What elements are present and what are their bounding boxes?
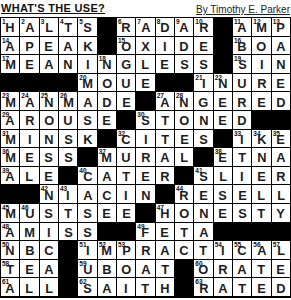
cell-letter: E [199,189,208,204]
cell-letter: O [44,114,54,129]
cell-letter: O [256,40,266,55]
cell-letter: N [64,58,73,73]
cell-letter: R [238,96,247,111]
cell-letter: M [5,96,16,111]
cell-r15c2: L [20,278,38,296]
cell-letter: T [64,207,72,222]
cell-r2c15: A [272,37,290,55]
cell-letter: E [277,133,286,148]
cell-r5c13: R [233,92,251,110]
cell-r1c1: 1H [1,18,19,36]
cell-r8c6: 37M [98,148,116,166]
cell-letter: S [219,189,228,204]
cell-r13c10: C [175,241,193,259]
cell-letter: S [83,226,92,241]
cell-r6c4: U [59,111,77,129]
cell-letter: N [199,114,208,129]
cell-r1c14: 12M [252,18,270,36]
cell-r6c2: R [20,111,38,129]
cell-r6c8: 30S [136,111,154,129]
cell-r4c12: 22N [214,74,232,92]
cell-letter: I [124,282,128,297]
cell-letter: E [25,263,34,278]
cell-r9c14: E [252,167,270,185]
cell-r5c10: 28N [175,92,193,110]
cell-r13c12: 54I [214,241,232,259]
cell-r14c14: T [252,260,270,278]
cell-r13c15: 57L [272,241,290,259]
cell-r4c14: R [252,74,270,92]
cell-letter: O [102,77,112,92]
black-cell-r12c14 [252,223,270,241]
cell-letter: A [83,96,92,111]
cell-r11c7: E [117,204,135,222]
cell-letter: K [257,133,266,148]
cell-r7c14: 34K [252,130,270,148]
cell-r3c1: 17M [1,55,19,73]
black-cell-r14c10 [175,260,193,278]
cell-letter: E [103,114,112,129]
clue-number: 4 [60,18,64,25]
black-cell-r12c15 [272,223,290,241]
cell-letter: H [160,282,169,297]
cell-letter: M [5,207,16,222]
black-cell-r15c4 [59,278,77,296]
black-cell-r5c8 [136,92,154,110]
cell-r15c1: 61A [1,278,19,296]
clue-number: 3 [41,18,45,25]
cell-letter: C [238,244,247,259]
cell-r10c12: S [214,185,232,203]
cell-letter: K [83,133,92,148]
cell-r1c9: 8D [156,18,174,36]
cell-letter: P [25,40,34,55]
cell-letter: E [141,77,150,92]
cell-letter: R [276,170,285,185]
black-cell-r1c6 [98,18,116,36]
cell-letter: M [101,151,112,166]
cell-r6c11: N [194,111,212,129]
cell-letter: E [257,170,266,185]
cell-letter: L [45,282,53,297]
cell-r11c14: T [252,204,270,222]
cell-letter: E [180,133,189,148]
cell-letter: K [83,40,92,55]
cell-r15c9: H [156,278,174,296]
cell-letter: L [219,170,227,185]
cell-letter: A [160,96,169,111]
cell-r7c3: N [40,130,58,148]
cell-r11c12: E [214,204,232,222]
cell-letter: E [219,114,228,129]
cell-r2c2: P [20,37,38,55]
cell-r3c9: E [156,55,174,73]
cell-letter: M [256,21,267,36]
cell-r3c8: L [136,55,154,73]
cell-r1c11: 10R [194,18,212,36]
cell-r9c11: 41S [194,167,212,185]
cell-r13c2: B [20,241,38,259]
cell-letter: S [83,114,92,129]
cell-letter: S [199,58,208,73]
cell-r1c8: 7A [136,18,154,36]
cell-r3c15: N [272,55,290,73]
black-cell-r15c10 [175,278,193,296]
cell-r2c9: I [156,37,174,55]
cell-letter: E [199,40,208,55]
crossword-grid: 1H2A3L4T5S6R7A8D9A10R11A12M13P14APEAK15O… [0,17,291,298]
cell-letter: I [66,189,70,204]
cell-r3c5: I [78,55,96,73]
cell-letter: T [122,170,130,185]
cell-letter: T [161,263,169,278]
cell-r3c11: S [194,55,212,73]
cell-letter: C [83,170,92,185]
cell-r5c5: A [78,92,96,110]
cell-r6c1: 29A [1,111,19,129]
cell-letter: A [102,170,111,185]
cell-letter: R [141,244,150,259]
cell-r14c9: T [156,260,174,278]
cell-letter: T [258,207,266,222]
cell-letter: C [102,189,111,204]
cell-r8c4: S [59,148,77,166]
cell-letter: I [28,133,32,148]
cell-r1c15: 13P [272,18,290,36]
cell-letter: M [101,244,112,259]
cell-r1c4: 4T [59,18,77,36]
cell-r9c7: T [117,167,135,185]
cell-letter: E [45,40,54,55]
cell-r14c13: A [233,260,251,278]
cell-letter: T [161,114,169,129]
cell-letter: E [257,282,266,297]
cell-r12c3: I [40,223,58,241]
cell-r5c14: E [252,92,270,110]
cell-letter: A [276,151,285,166]
black-cell-r9c10 [175,167,193,185]
cell-r4c15: E [272,74,290,92]
cell-letter: E [141,170,150,185]
cell-r7c4: S [59,130,77,148]
cell-r13c6: 52M [98,241,116,259]
cell-r11c4: T [59,204,77,222]
cell-letter: E [25,58,34,73]
cell-letter: T [258,263,266,278]
cell-r13c8: R [136,241,154,259]
cell-r8c12: 38E [214,148,232,166]
cell-r1c5: 5S [78,18,96,36]
cell-letter: A [180,21,189,36]
black-cell-r4c3 [40,74,58,92]
cell-r9c2: L [20,167,38,185]
cell-r4c6: O [98,74,116,92]
cell-r4c8: E [136,74,154,92]
cell-letter: S [238,207,247,222]
cell-letter: E [219,96,228,111]
cell-letter: Y [277,207,286,222]
cell-r12c10: T [175,223,193,241]
cell-letter: C [180,244,189,259]
cell-r7c13: 33I [233,130,251,148]
cell-letter: U [25,207,34,222]
cell-letter: L [45,21,53,36]
cell-r8c10: L [175,148,193,166]
cell-r8c13: T [233,148,251,166]
black-cell-r3c12 [214,55,232,73]
cell-letter: D [160,21,169,36]
cell-r8c7: U [117,148,135,166]
cell-r15c15: D [272,278,290,296]
cell-letter: T [142,282,150,297]
cell-letter: D [238,114,247,129]
cell-r7c11: S [194,130,212,148]
cell-letter: T [64,21,72,36]
cell-letter: E [122,96,131,111]
cell-r10c4: 43I [59,185,77,203]
puzzle-byline: By Timothy E. Parker [196,4,290,15]
cell-r11c3: S [40,204,58,222]
cell-letter: N [141,189,150,204]
black-cell-r4c1 [1,74,19,92]
cell-r14c6: B [98,260,116,278]
cell-r15c12: A [214,278,232,296]
cell-letter: S [141,114,150,129]
cell-letter: U [122,151,131,166]
cell-letter: S [83,207,92,222]
cell-r13c11: T [194,241,212,259]
cell-r5c4: 26M [59,92,77,110]
cell-r15c13: T [233,278,251,296]
cell-r13c13: 55C [233,241,251,259]
cell-letter: E [219,207,228,222]
cell-r7c10: E [175,130,193,148]
cell-r10c7: I [117,185,135,203]
cell-letter: N [218,77,227,92]
cell-letter: A [6,282,15,297]
cell-r10c11: E [194,185,212,203]
cell-letter: A [102,282,111,297]
cell-r7c7: 32C [117,130,135,148]
cell-letter: S [45,207,54,222]
cell-letter: S [199,170,208,185]
cell-letter: I [47,226,51,241]
cell-letter: L [277,189,285,204]
cell-letter: M [5,58,16,73]
cell-r3c10: S [175,55,193,73]
cell-letter: G [121,58,131,73]
cell-letter: I [240,170,244,185]
cell-r3c2: E [20,55,38,73]
puzzle-header: WHAT'S THE USE? By Timothy E. Parker [0,0,291,16]
cell-r2c3: E [40,37,58,55]
cell-letter: R [199,282,208,297]
cell-letter: N [180,96,189,111]
black-cell-r4c9 [156,74,174,92]
cell-letter: A [257,244,266,259]
cell-letter: L [180,151,188,166]
cell-letter: A [160,151,169,166]
cell-letter: T [6,263,14,278]
cell-r13c14: 56A [252,241,270,259]
black-cell-r10c9 [156,185,174,203]
cell-letter: L [26,170,34,185]
cell-r2c8: X [136,37,154,55]
cell-r11c9: 47H [156,204,174,222]
cell-letter: E [122,207,131,222]
cell-letter: E [25,151,34,166]
cell-r2c1: 14A [1,37,19,55]
cell-r1c7: 6R [117,18,135,36]
black-cell-r6c15 [272,111,290,129]
cell-r5c12: E [214,92,232,110]
cell-letter: M [5,151,16,166]
cell-r7c8: I [136,130,154,148]
cell-letter: I [202,77,206,92]
cell-letter: D [276,96,285,111]
cell-r1c2: 2A [20,18,38,36]
cell-letter: R [180,189,189,204]
cell-r7c1: 31M [1,130,19,148]
cell-r10c13: E [233,185,251,203]
cell-letter: S [64,226,73,241]
cell-r15c14: E [252,278,270,296]
cell-r15c6: A [98,278,116,296]
cell-letter: C [122,133,131,148]
puzzle-title: WHAT'S THE USE? [1,2,105,14]
cell-letter: T [238,151,246,166]
cell-r1c3: 3L [40,18,58,36]
cell-r3c13: 19S [233,55,251,73]
cell-letter: N [44,133,53,148]
cell-r5c15: D [272,92,290,110]
cell-r9c1: 39A [1,167,19,185]
cell-r8c1: 36M [1,148,19,166]
cell-r3c6: 18N [98,55,116,73]
cell-letter: E [161,226,170,241]
cell-r15c5: 62S [78,278,96,296]
cell-letter: P [277,21,286,36]
cell-letter: R [25,114,34,129]
cell-r2c13: 16B [233,37,251,55]
cell-r1c13: 11A [233,18,251,36]
cell-r12c4: S [59,223,77,241]
cell-letter: R [218,263,227,278]
black-cell-r4c4 [59,74,77,92]
black-cell-r8c5 [78,148,96,166]
cell-r11c2: 46U [20,204,38,222]
cell-letter: M [63,96,74,111]
cell-letter: G [198,96,208,111]
cell-letter: T [238,282,246,297]
cell-letter: U [238,77,247,92]
cell-r15c7: I [117,278,135,296]
cell-r6c9: T [156,111,174,129]
cell-letter: A [25,96,34,111]
cell-letter: O [198,263,208,278]
cell-r11c11: N [194,204,212,222]
cell-r6c5: S [78,111,96,129]
cell-r11c10: O [175,204,193,222]
cell-r14c15: E [272,260,290,278]
cell-letter: D [276,282,285,297]
cell-r7c2: I [20,130,38,148]
cell-letter: R [257,77,266,92]
cell-r6c6: E [98,111,116,129]
black-cell-r4c10 [175,74,193,92]
cell-letter: S [238,58,247,73]
cell-r12c9: E [156,223,174,241]
cell-letter: S [83,21,92,36]
cell-r5c1: 23M [1,92,19,110]
cell-letter: L [258,189,266,204]
cell-r9c9: R [156,167,174,185]
cell-r8c9: A [156,148,174,166]
black-cell-r1c12 [214,18,232,36]
cell-r2c4: A [59,37,77,55]
cell-letter: O [179,114,189,129]
cell-letter: O [121,263,131,278]
cell-letter: C [44,244,53,259]
cell-letter: I [163,40,167,55]
cell-letter: B [238,40,247,55]
cell-r15c3: L [40,278,58,296]
cell-r10c3: 42N [40,185,58,203]
cell-r4c13: U [233,74,251,92]
cell-letter: A [276,40,285,55]
cell-letter: B [25,244,34,259]
cell-r8c15: A [272,148,290,166]
cell-r14c5: 59U [78,260,96,278]
cell-letter: A [218,282,227,297]
cell-r13c5: 51I [78,241,96,259]
cell-r7c5: K [78,130,96,148]
cell-r9c15: R [272,167,290,185]
cell-r8c8: R [136,148,154,166]
cell-r12c5: S [78,223,96,241]
cell-r11c13: S [233,204,251,222]
cell-letter: A [141,21,150,36]
cell-r5c7: E [117,92,135,110]
black-cell-r6c7 [117,111,135,129]
cell-r2c7: 15O [117,37,135,55]
cell-r9c5: 40C [78,167,96,185]
cell-letter: O [121,40,131,55]
cell-letter: N [6,244,15,259]
cell-letter: I [221,244,225,259]
black-cell-r12c12 [214,223,232,241]
cell-r12c8: 49F [136,223,154,241]
cell-letter: X [141,40,150,55]
cell-letter: T [180,226,188,241]
cell-r2c10: D [175,37,193,55]
cell-letter: O [179,207,189,222]
cell-letter: A [141,263,150,278]
cell-letter: F [142,226,150,241]
cell-letter: N [199,207,208,222]
cell-letter: H [6,21,15,36]
cell-letter: L [142,58,150,73]
cell-r4c5: 20M [78,74,96,92]
black-cell-r11c8 [136,204,154,222]
cell-r1c10: 9A [175,18,193,36]
cell-letter: I [86,244,90,259]
cell-r6c13: D [233,111,251,129]
cell-letter: N [257,151,266,166]
cell-r12c11: A [194,223,212,241]
black-cell-r7c6 [98,130,116,148]
cell-letter: E [219,151,228,166]
